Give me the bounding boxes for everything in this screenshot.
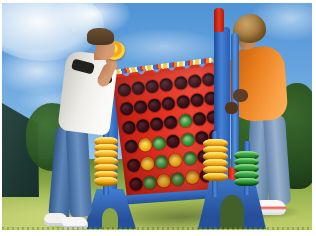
board-cell-empty — [136, 119, 150, 133]
board-cell-yellow-disc — [138, 138, 152, 152]
post-red-cap — [214, 8, 224, 32]
board-cell-empty — [117, 83, 131, 97]
board-cell-yellow-disc — [185, 170, 199, 184]
board-cell-empty — [145, 79, 159, 93]
base-arch — [220, 195, 243, 229]
board-cell-empty — [124, 139, 138, 153]
board-cell-empty — [150, 117, 164, 131]
spare-disc-yellow — [203, 173, 228, 182]
board-cell-green-disc — [143, 175, 157, 189]
board-cell-green-disc — [152, 136, 166, 150]
board-cell-empty — [119, 102, 133, 116]
foreground-grass-texture — [2, 227, 312, 230]
board-cell-empty — [188, 74, 202, 88]
park-connect-four-photo — [2, 3, 312, 230]
right-player-hand — [225, 102, 238, 114]
board-cell-yellow-disc — [157, 174, 171, 188]
base-arch — [102, 208, 119, 229]
right-player-hand — [233, 89, 248, 102]
spare-disc-stack-yellow — [94, 137, 118, 186]
left-player-jeans-leg — [66, 128, 93, 217]
board-cell-green-disc — [178, 114, 192, 128]
board-cell-empty — [126, 158, 140, 172]
board-cell-empty — [166, 134, 180, 148]
board-cell-empty — [131, 81, 145, 95]
board-cell-empty — [147, 98, 161, 112]
board-cell-empty — [121, 121, 135, 135]
board-cell-empty — [133, 100, 147, 114]
board-cell-empty — [176, 95, 190, 109]
board-cell-empty — [164, 115, 178, 129]
board-cell-green-disc — [154, 155, 168, 169]
board-cell-empty — [128, 177, 142, 191]
spare-disc-stack-green — [234, 151, 259, 186]
board-cell-empty — [192, 112, 206, 126]
spare-disc-yellow — [94, 177, 118, 186]
board-cell-empty — [162, 96, 176, 110]
board-cell-green-disc — [183, 151, 197, 165]
board-cell-empty — [190, 93, 204, 107]
board-cell-green-disc — [180, 132, 194, 146]
left-player-hair — [87, 28, 114, 45]
spare-disc-stack-yellow — [203, 139, 228, 181]
board-cell-yellow-disc — [140, 157, 154, 171]
board-cell-empty — [159, 78, 173, 92]
board-cell-empty — [174, 76, 188, 90]
spare-disc-green — [234, 178, 259, 187]
board-cell-green-disc — [171, 172, 185, 186]
board-cell-yellow-disc — [169, 153, 183, 167]
